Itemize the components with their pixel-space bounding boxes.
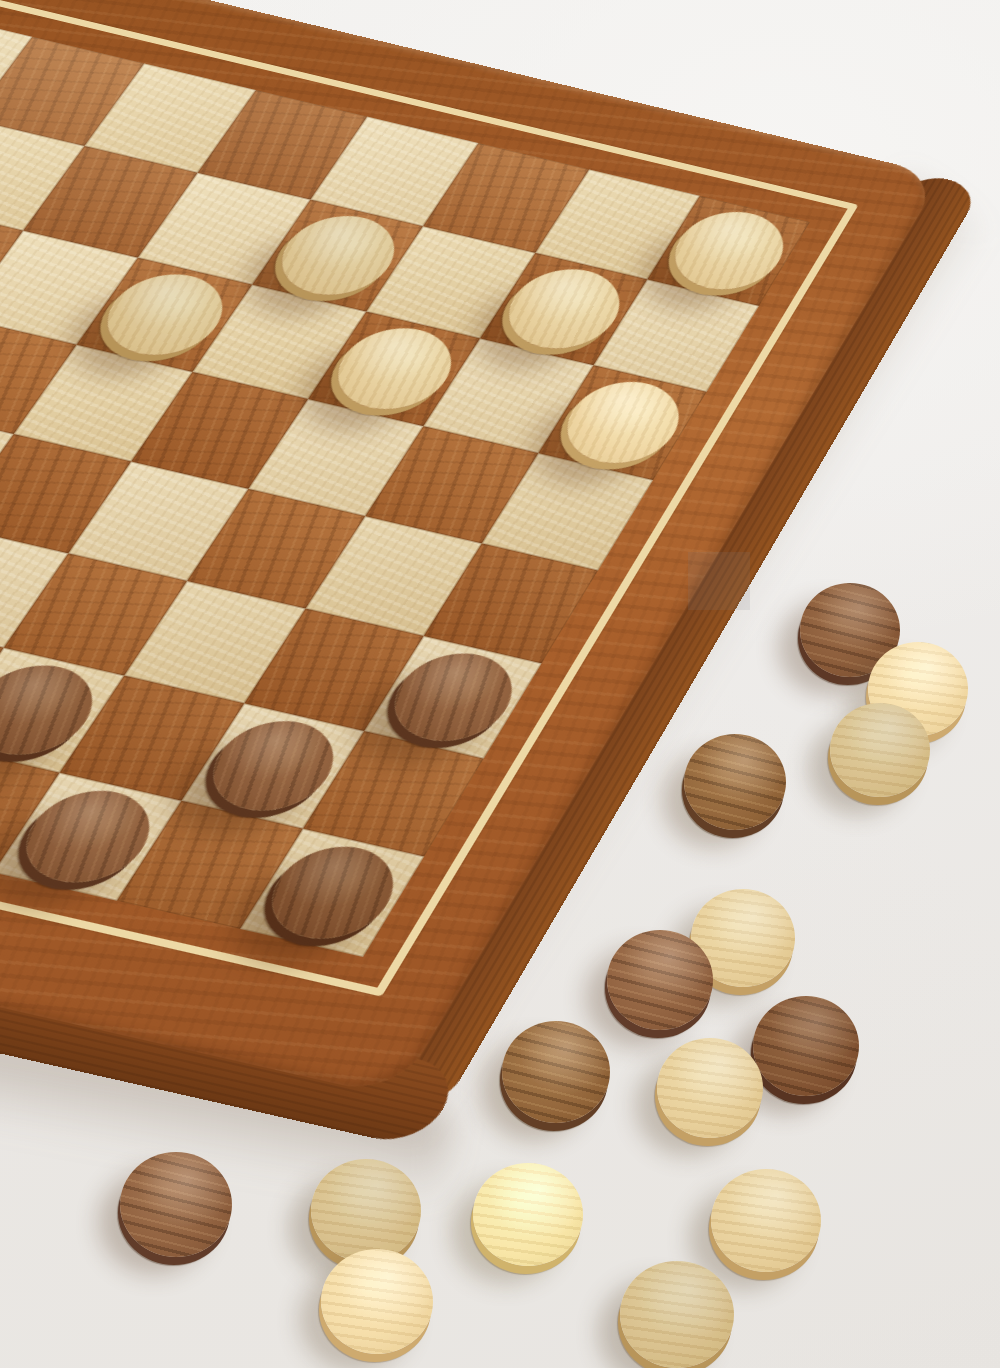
scattered-dark-checker-8[interactable] [502, 1021, 610, 1123]
scattered-light-checker-13[interactable] [711, 1169, 821, 1272]
scattered-dark-checker-6[interactable] [607, 930, 713, 1030]
scattered-light-checker-12[interactable] [473, 1163, 583, 1266]
scattered-light-checker-14[interactable] [321, 1249, 433, 1354]
scattered-dark-checker-7[interactable] [753, 996, 859, 1096]
scattered-light-checker-11[interactable] [311, 1159, 421, 1262]
photo-scene [0, 0, 1000, 1368]
scattered-light-checker-9[interactable] [657, 1038, 763, 1138]
checkers-board [0, 10, 810, 957]
scattered-light-checker-3[interactable] [830, 703, 930, 797]
watermark-artifact [688, 552, 750, 610]
scattered-dark-checker-10[interactable] [120, 1152, 232, 1257]
scattered-dark-checker-4[interactable] [684, 734, 786, 830]
scattered-light-checker-15[interactable] [620, 1261, 734, 1368]
